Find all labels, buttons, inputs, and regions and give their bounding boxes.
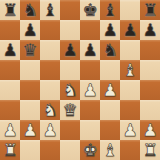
square-f6[interactable]: ♞ bbox=[100, 40, 120, 60]
square-d8[interactable] bbox=[60, 0, 80, 20]
square-g2[interactable]: ♟ bbox=[120, 120, 140, 140]
black-pawn[interactable]: ♟ bbox=[122, 20, 137, 40]
white-pawn[interactable]: ♟ bbox=[42, 120, 57, 140]
black-pawn[interactable]: ♟ bbox=[142, 20, 157, 40]
square-g6[interactable] bbox=[120, 40, 140, 60]
square-d4[interactable]: ♞ bbox=[60, 80, 80, 100]
square-e1[interactable]: ♚ bbox=[80, 140, 100, 160]
black-bishop[interactable]: ♝ bbox=[102, 0, 117, 20]
white-rook[interactable]: ♜ bbox=[142, 140, 157, 160]
square-a2[interactable]: ♟ bbox=[0, 120, 20, 140]
white-bishop[interactable]: ♝ bbox=[122, 60, 137, 80]
white-pawn[interactable]: ♟ bbox=[102, 80, 117, 100]
black-pawn[interactable]: ♟ bbox=[62, 40, 77, 60]
square-f1[interactable]: ♝ bbox=[100, 140, 120, 160]
square-h3[interactable] bbox=[140, 100, 160, 120]
square-a3[interactable] bbox=[0, 100, 20, 120]
square-b6[interactable]: ♛ bbox=[20, 40, 40, 60]
square-d1[interactable] bbox=[60, 140, 80, 160]
square-a4[interactable] bbox=[0, 80, 20, 100]
square-g4[interactable] bbox=[120, 80, 140, 100]
square-h8[interactable]: ♜ bbox=[140, 0, 160, 20]
square-d7[interactable] bbox=[60, 20, 80, 40]
square-f5[interactable] bbox=[100, 60, 120, 80]
black-knight[interactable]: ♞ bbox=[22, 0, 37, 20]
square-h4[interactable] bbox=[140, 80, 160, 100]
square-d3[interactable]: ♛ bbox=[60, 100, 80, 120]
square-h7[interactable]: ♟ bbox=[140, 20, 160, 40]
chess-board: ♜♞♝♚♝♜♟♟♟♟♟♛♟♟♞♝♞♟♟♞♛♟♟♟♟♟♜♚♝♜ bbox=[0, 0, 160, 160]
white-knight[interactable]: ♞ bbox=[62, 80, 77, 100]
square-g1[interactable] bbox=[120, 140, 140, 160]
square-e5[interactable] bbox=[80, 60, 100, 80]
square-c8[interactable]: ♝ bbox=[40, 0, 60, 20]
white-king[interactable]: ♚ bbox=[82, 140, 97, 160]
square-e6[interactable]: ♟ bbox=[80, 40, 100, 60]
square-a7[interactable] bbox=[0, 20, 20, 40]
black-rook[interactable]: ♜ bbox=[142, 0, 157, 20]
black-pawn[interactable]: ♟ bbox=[82, 40, 97, 60]
square-d5[interactable] bbox=[60, 60, 80, 80]
white-queen[interactable]: ♛ bbox=[62, 100, 77, 120]
square-b3[interactable] bbox=[20, 100, 40, 120]
square-d6[interactable]: ♟ bbox=[60, 40, 80, 60]
square-f3[interactable] bbox=[100, 100, 120, 120]
square-g3[interactable] bbox=[120, 100, 140, 120]
square-c5[interactable] bbox=[40, 60, 60, 80]
black-pawn[interactable]: ♟ bbox=[2, 40, 17, 60]
square-b8[interactable]: ♞ bbox=[20, 0, 40, 20]
square-c7[interactable] bbox=[40, 20, 60, 40]
square-f4[interactable]: ♟ bbox=[100, 80, 120, 100]
square-g5[interactable]: ♝ bbox=[120, 60, 140, 80]
square-e7[interactable] bbox=[80, 20, 100, 40]
black-pawn[interactable]: ♟ bbox=[102, 20, 117, 40]
black-king[interactable]: ♚ bbox=[82, 0, 97, 20]
white-pawn[interactable]: ♟ bbox=[82, 80, 97, 100]
square-a1[interactable]: ♜ bbox=[0, 140, 20, 160]
white-pawn[interactable]: ♟ bbox=[142, 120, 157, 140]
square-b1[interactable] bbox=[20, 140, 40, 160]
white-pawn[interactable]: ♟ bbox=[122, 120, 137, 140]
square-g8[interactable] bbox=[120, 0, 140, 20]
black-bishop[interactable]: ♝ bbox=[42, 0, 57, 20]
square-e4[interactable]: ♟ bbox=[80, 80, 100, 100]
square-b7[interactable]: ♟ bbox=[20, 20, 40, 40]
square-f7[interactable]: ♟ bbox=[100, 20, 120, 40]
square-a8[interactable]: ♜ bbox=[0, 0, 20, 20]
square-g7[interactable]: ♟ bbox=[120, 20, 140, 40]
square-h5[interactable] bbox=[140, 60, 160, 80]
square-h2[interactable]: ♟ bbox=[140, 120, 160, 140]
square-b4[interactable] bbox=[20, 80, 40, 100]
square-c4[interactable] bbox=[40, 80, 60, 100]
square-h1[interactable]: ♜ bbox=[140, 140, 160, 160]
black-rook[interactable]: ♜ bbox=[2, 0, 17, 20]
square-a6[interactable]: ♟ bbox=[0, 40, 20, 60]
square-c2[interactable]: ♟ bbox=[40, 120, 60, 140]
black-pawn[interactable]: ♟ bbox=[22, 20, 37, 40]
square-c6[interactable] bbox=[40, 40, 60, 60]
square-a5[interactable] bbox=[0, 60, 20, 80]
square-e8[interactable]: ♚ bbox=[80, 0, 100, 20]
square-h6[interactable] bbox=[140, 40, 160, 60]
square-c1[interactable] bbox=[40, 140, 60, 160]
square-e3[interactable] bbox=[80, 100, 100, 120]
square-c3[interactable]: ♞ bbox=[40, 100, 60, 120]
square-e2[interactable] bbox=[80, 120, 100, 140]
square-f2[interactable] bbox=[100, 120, 120, 140]
white-knight[interactable]: ♞ bbox=[42, 100, 57, 120]
square-f8[interactable]: ♝ bbox=[100, 0, 120, 20]
white-bishop[interactable]: ♝ bbox=[102, 140, 117, 160]
white-pawn[interactable]: ♟ bbox=[22, 120, 37, 140]
white-pawn[interactable]: ♟ bbox=[2, 120, 17, 140]
square-b5[interactable] bbox=[20, 60, 40, 80]
square-d2[interactable] bbox=[60, 120, 80, 140]
black-queen[interactable]: ♛ bbox=[22, 40, 37, 60]
square-b2[interactable]: ♟ bbox=[20, 120, 40, 140]
black-knight[interactable]: ♞ bbox=[102, 40, 117, 60]
white-rook[interactable]: ♜ bbox=[2, 140, 17, 160]
